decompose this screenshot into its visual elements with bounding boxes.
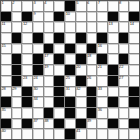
black-cell (33, 54, 43, 64)
white-cell[interactable] (54, 1, 64, 11)
white-cell[interactable]: 40 (1, 129, 11, 139)
crossword-grid: 1234567891011121314151617181920212223242… (0, 0, 140, 140)
black-cell (1, 119, 11, 129)
white-cell[interactable] (76, 108, 86, 118)
white-cell[interactable] (119, 97, 129, 107)
black-cell (119, 54, 129, 64)
clue-number: 6 (87, 1, 89, 5)
clue-number: 3 (34, 1, 36, 5)
black-cell (65, 129, 75, 139)
white-cell[interactable] (76, 97, 86, 107)
black-cell (108, 119, 118, 129)
clue-number: 13 (108, 22, 112, 26)
clue-number: 36 (98, 108, 102, 112)
white-cell[interactable]: 35 (1, 108, 11, 118)
black-cell (54, 119, 64, 129)
white-cell[interactable]: 5 (76, 1, 86, 11)
white-cell[interactable]: 41 (76, 129, 86, 139)
white-cell[interactable]: 24 (33, 76, 43, 86)
clue-number: 38 (44, 119, 48, 123)
black-cell (76, 54, 86, 64)
white-cell[interactable] (87, 22, 97, 32)
white-cell[interactable] (129, 129, 139, 139)
black-cell (12, 76, 22, 86)
black-cell (12, 54, 22, 64)
white-cell[interactable] (12, 119, 22, 129)
black-cell (54, 12, 64, 22)
black-cell (87, 97, 97, 107)
white-cell[interactable]: 4 (44, 1, 54, 11)
white-cell[interactable]: 22 (119, 65, 129, 75)
white-cell[interactable]: 32 (76, 87, 86, 97)
white-cell[interactable] (76, 22, 86, 32)
clue-number: 24 (34, 76, 38, 80)
clue-number: 34 (34, 97, 38, 101)
black-cell (54, 33, 64, 43)
white-cell[interactable] (108, 108, 118, 118)
clue-number: 21 (98, 65, 102, 69)
clue-number: 16 (98, 44, 102, 48)
white-cell[interactable]: 18 (87, 54, 97, 64)
clue-number: 31 (66, 87, 70, 91)
clue-number: 29 (12, 87, 16, 91)
white-cell[interactable] (44, 22, 54, 32)
white-cell[interactable] (12, 108, 22, 118)
black-cell (44, 108, 54, 118)
white-cell[interactable] (108, 33, 118, 43)
black-cell (87, 87, 97, 97)
white-cell[interactable] (54, 108, 64, 118)
white-cell[interactable]: 15 (1, 44, 11, 54)
black-cell (1, 12, 11, 22)
clue-number: 14 (130, 22, 134, 26)
black-cell (12, 33, 22, 43)
white-cell[interactable] (1, 65, 11, 75)
white-cell[interactable] (129, 76, 139, 86)
clue-number: 22 (119, 65, 123, 69)
white-cell[interactable] (22, 129, 32, 139)
white-cell[interactable]: 20 (76, 65, 86, 75)
white-cell[interactable] (119, 129, 129, 139)
white-cell[interactable]: 2 (12, 1, 22, 11)
clue-number: 4 (44, 1, 46, 5)
clue-number: 12 (23, 22, 27, 26)
white-cell[interactable] (22, 65, 32, 75)
white-cell[interactable] (129, 65, 139, 75)
white-cell[interactable] (97, 129, 107, 139)
white-cell[interactable] (97, 119, 107, 129)
black-cell (33, 33, 43, 43)
clue-number: 41 (76, 129, 80, 133)
white-cell[interactable] (87, 129, 97, 139)
white-cell[interactable] (97, 76, 107, 86)
clue-number: 27 (119, 76, 123, 80)
white-cell[interactable] (54, 44, 64, 54)
black-cell (22, 87, 32, 97)
black-cell (76, 33, 86, 43)
black-cell (97, 54, 107, 64)
white-cell[interactable] (22, 54, 32, 64)
white-cell[interactable]: 21 (97, 65, 107, 75)
white-cell[interactable] (87, 12, 97, 22)
clue-number: 9 (34, 12, 36, 16)
white-cell[interactable]: 14 (129, 22, 139, 32)
white-cell[interactable]: 39 (87, 119, 97, 129)
black-cell (12, 65, 22, 75)
clue-number: 33 (98, 87, 102, 91)
clue-number: 37 (34, 119, 38, 123)
white-cell[interactable] (119, 119, 129, 129)
white-cell[interactable]: 1 (1, 1, 11, 11)
black-cell (44, 44, 54, 54)
black-cell (54, 97, 64, 107)
clue-number: 8 (119, 1, 121, 5)
white-cell[interactable]: 29 (12, 87, 22, 97)
white-cell[interactable]: 27 (119, 76, 129, 86)
black-cell (97, 33, 107, 43)
white-cell[interactable] (44, 97, 54, 107)
black-cell (54, 87, 64, 97)
black-cell (54, 54, 64, 64)
black-cell (65, 1, 75, 11)
white-cell[interactable] (12, 129, 22, 139)
white-cell[interactable]: 9 (33, 12, 43, 22)
white-cell[interactable] (119, 87, 129, 97)
clue-number: 30 (34, 87, 38, 91)
black-cell (129, 12, 139, 22)
white-cell[interactable] (87, 65, 97, 75)
white-cell[interactable] (108, 129, 118, 139)
black-cell (87, 44, 97, 54)
clue-number: 32 (76, 87, 80, 91)
white-cell[interactable] (119, 44, 129, 54)
white-cell[interactable] (97, 12, 107, 22)
white-cell[interactable]: 25 (65, 76, 75, 86)
white-cell[interactable]: 12 (22, 22, 32, 32)
black-cell (119, 33, 129, 43)
white-cell[interactable] (54, 22, 64, 32)
black-cell (129, 119, 139, 129)
white-cell[interactable] (22, 108, 32, 118)
white-cell[interactable] (44, 87, 54, 97)
white-cell[interactable]: 31 (65, 87, 75, 97)
black-cell (108, 76, 118, 86)
white-cell[interactable]: 7 (97, 1, 107, 11)
white-cell[interactable]: 8 (119, 1, 129, 11)
white-cell[interactable]: 23 (22, 76, 32, 86)
white-cell[interactable] (97, 22, 107, 32)
white-cell[interactable] (65, 33, 75, 43)
black-cell (1, 97, 11, 107)
clue-number: 40 (2, 129, 6, 133)
white-cell[interactable] (1, 33, 11, 43)
white-cell[interactable]: 10 (65, 12, 75, 22)
black-cell (65, 97, 75, 107)
black-cell (108, 65, 118, 75)
clue-number: 25 (66, 76, 70, 80)
clue-number: 1 (2, 1, 4, 5)
white-cell[interactable]: 28 (1, 87, 11, 97)
white-cell[interactable] (129, 108, 139, 118)
clue-number: 35 (2, 108, 6, 112)
black-cell (22, 119, 32, 129)
white-cell[interactable] (33, 129, 43, 139)
black-cell (129, 87, 139, 97)
white-cell[interactable] (1, 76, 11, 86)
white-cell[interactable]: 34 (33, 97, 43, 107)
white-cell[interactable] (87, 33, 97, 43)
white-cell[interactable] (65, 22, 75, 32)
white-cell[interactable] (119, 12, 129, 22)
white-cell[interactable] (129, 54, 139, 64)
white-cell[interactable] (65, 54, 75, 64)
white-cell[interactable] (129, 1, 139, 11)
white-cell[interactable] (44, 76, 54, 86)
white-cell[interactable]: 26 (87, 76, 97, 86)
black-cell (76, 76, 86, 86)
clue-number: 17 (44, 54, 48, 58)
black-cell (65, 108, 75, 118)
white-cell[interactable]: 6 (87, 1, 97, 11)
clue-number: 19 (44, 65, 48, 69)
white-cell[interactable] (12, 12, 22, 22)
white-cell[interactable] (44, 33, 54, 43)
black-cell (108, 12, 118, 22)
white-cell[interactable]: 3 (33, 1, 43, 11)
clue-number: 2 (12, 1, 14, 5)
clue-number: 10 (66, 12, 70, 16)
white-cell[interactable] (97, 97, 107, 107)
black-cell (87, 108, 97, 118)
white-cell[interactable]: 17 (44, 54, 54, 64)
black-cell (65, 65, 75, 75)
white-cell[interactable] (65, 119, 75, 129)
white-cell[interactable] (108, 1, 118, 11)
black-cell (65, 44, 75, 54)
black-cell (22, 12, 32, 22)
white-cell[interactable] (54, 129, 64, 139)
clue-number: 26 (87, 76, 91, 80)
white-cell[interactable] (12, 22, 22, 32)
white-cell[interactable]: 16 (97, 44, 107, 54)
black-cell (76, 119, 86, 129)
black-cell (22, 97, 32, 107)
white-cell[interactable]: 33 (97, 87, 107, 97)
white-cell[interactable] (119, 22, 129, 32)
white-cell[interactable]: 30 (33, 87, 43, 97)
white-cell[interactable] (119, 108, 129, 118)
white-cell[interactable]: 19 (44, 65, 54, 75)
clue-number: 20 (76, 65, 80, 69)
clue-number: 15 (2, 44, 6, 48)
white-cell[interactable]: 13 (108, 22, 118, 32)
white-cell[interactable]: 38 (44, 119, 54, 129)
white-cell[interactable] (44, 129, 54, 139)
black-cell (108, 97, 118, 107)
white-cell[interactable]: 37 (33, 119, 43, 129)
white-cell[interactable] (108, 54, 118, 64)
clue-number: 7 (98, 1, 100, 5)
clue-number: 18 (87, 54, 91, 58)
clue-number: 23 (23, 76, 27, 80)
white-cell[interactable] (22, 1, 32, 11)
clue-number: 39 (87, 119, 91, 123)
white-cell[interactable] (54, 65, 64, 75)
clue-number: 28 (2, 87, 6, 91)
white-cell[interactable] (108, 44, 118, 54)
white-cell[interactable] (44, 12, 54, 22)
white-cell[interactable] (33, 22, 43, 32)
black-cell (33, 65, 43, 75)
black-cell (129, 97, 139, 107)
black-cell (54, 76, 64, 86)
white-cell[interactable]: 36 (97, 108, 107, 118)
white-cell[interactable] (108, 87, 118, 97)
white-cell[interactable] (129, 33, 139, 43)
white-cell[interactable] (33, 44, 43, 54)
white-cell[interactable] (76, 44, 86, 54)
white-cell[interactable] (33, 108, 43, 118)
white-cell[interactable] (22, 33, 32, 43)
white-cell[interactable]: 11 (1, 22, 11, 32)
white-cell[interactable] (1, 54, 11, 64)
clue-number: 5 (76, 1, 78, 5)
white-cell[interactable] (129, 44, 139, 54)
white-cell[interactable] (76, 12, 86, 22)
white-cell[interactable] (12, 44, 22, 54)
white-cell[interactable] (22, 44, 32, 54)
clue-number: 11 (2, 22, 6, 26)
white-cell[interactable] (12, 97, 22, 107)
